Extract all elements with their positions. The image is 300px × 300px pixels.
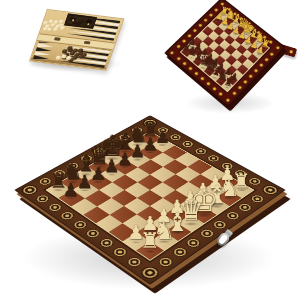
border-medallion <box>245 176 263 187</box>
border-medallion <box>167 132 184 142</box>
border-gold-dot <box>253 67 259 73</box>
main-chess-board <box>14 115 286 285</box>
border-corner-rosette <box>169 50 175 56</box>
border-medallion <box>223 210 242 222</box>
border-gold-dot <box>269 51 275 57</box>
border-gold-dot <box>187 65 193 71</box>
border-gold-dot <box>181 60 187 66</box>
border-medallion <box>184 236 204 249</box>
border-gold-dot <box>232 11 238 16</box>
border-gold-dot <box>211 85 218 91</box>
border-gold-dot <box>261 34 267 40</box>
border-medallion <box>97 236 117 249</box>
border-gold-dot <box>181 38 187 44</box>
border-gold-dot <box>199 75 206 81</box>
checker-piece <box>59 26 65 30</box>
border-corner-rosette <box>18 183 41 197</box>
hinge-plate <box>84 40 91 44</box>
border-gold-dot <box>267 39 273 45</box>
border-medallion <box>170 246 190 259</box>
border-gold-dot <box>263 56 269 62</box>
border-gold-dot <box>217 91 224 97</box>
border-corner-rosette <box>219 1 225 6</box>
border-gold-dot <box>197 22 203 28</box>
border-medallion <box>124 255 144 269</box>
border-gold-dot <box>208 12 214 17</box>
border-gold-dot <box>231 90 238 96</box>
border-gold-dot <box>186 33 192 39</box>
border-medallion <box>192 146 209 156</box>
border-gold-dot <box>175 43 181 49</box>
checker-piece <box>53 27 59 31</box>
border-medallion <box>83 227 103 240</box>
border-gold-dot <box>205 80 212 86</box>
border-medallion <box>248 193 267 205</box>
border-medallion <box>110 246 130 259</box>
border-medallion <box>70 218 89 230</box>
backgammon-board <box>29 9 124 71</box>
border-gold-dot <box>258 62 264 68</box>
hinge-plate <box>54 37 61 41</box>
border-medallion <box>205 153 223 163</box>
border-gold-dot <box>238 16 244 21</box>
border-corner-rosette <box>225 97 232 103</box>
border-gold-dot <box>249 25 255 31</box>
border-medallion <box>33 193 52 205</box>
border-corner-rosette <box>275 45 281 51</box>
border-gold-dot <box>213 7 219 12</box>
border-medallion <box>155 126 172 135</box>
product-photo: ♜♞♟♝♟♚♟♛♟♝♟♞♟♟♜♟♟♜♟♟♞♟♝♟♚♟♛♟♝♟♞♜♜♞♟♝♟♛♟♚… <box>0 0 300 300</box>
border-medallion <box>232 168 250 179</box>
border-medallion <box>45 201 64 213</box>
gold-chess-board <box>164 0 285 107</box>
border-medallion <box>58 210 77 222</box>
border-gold-dot <box>244 20 250 26</box>
border-gold-dot <box>192 27 198 33</box>
border-medallion <box>218 161 236 172</box>
border-gold-dot <box>237 84 244 90</box>
stored-piece-glint <box>87 23 90 25</box>
border-gold-dot <box>193 70 199 76</box>
border-gold-dot <box>226 6 232 11</box>
border-medallion <box>179 139 196 149</box>
border-gold-dot <box>203 17 209 22</box>
border-corner-rosette <box>140 117 160 128</box>
border-gold-dot <box>176 55 182 61</box>
border-gold-dot <box>247 73 253 79</box>
border-medallion <box>156 255 176 269</box>
border-medallion <box>236 201 255 213</box>
border-medallion <box>197 227 217 240</box>
stored-piece <box>72 21 82 25</box>
border-gold-dot <box>255 29 261 35</box>
border-corner-rosette <box>259 183 282 197</box>
backgammon-point <box>32 55 49 61</box>
border-gold-dot <box>242 79 249 85</box>
